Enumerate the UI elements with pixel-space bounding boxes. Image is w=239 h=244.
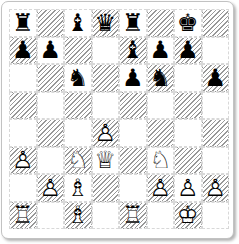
square-h7[interactable] — [202, 37, 230, 65]
square-c1[interactable]: ♝♗ — [64, 202, 92, 230]
black-pawn-icon: ♟ — [203, 65, 229, 91]
white-bishop-icon: ♝♗ — [65, 175, 91, 201]
square-a2[interactable] — [9, 174, 37, 202]
square-e4[interactable] — [119, 119, 147, 147]
square-d3[interactable]: ♛♕ — [92, 147, 120, 175]
square-b8[interactable] — [37, 9, 65, 37]
white-rook-icon: ♜♖ — [120, 203, 146, 229]
black-rook-icon: ♜ — [10, 10, 36, 36]
white-bishop-icon: ♝♗ — [65, 203, 91, 229]
square-g5[interactable] — [174, 92, 202, 120]
black-pawn-icon: ♟ — [38, 38, 64, 64]
black-pawn-icon: ♟ — [175, 38, 201, 64]
square-c4[interactable] — [64, 119, 92, 147]
black-knight-icon: ♞ — [148, 65, 174, 91]
square-e7[interactable]: ♝ — [119, 37, 147, 65]
square-h1[interactable] — [202, 202, 230, 230]
square-f2[interactable]: ♟♙ — [147, 174, 175, 202]
white-pawn-icon: ♟♙ — [10, 148, 36, 174]
square-a3[interactable]: ♟♙ — [9, 147, 37, 175]
white-pawn-icon: ♟♙ — [148, 175, 174, 201]
square-a4[interactable] — [9, 119, 37, 147]
square-c3[interactable]: ♞♘ — [64, 147, 92, 175]
square-g2[interactable]: ♟♙ — [174, 174, 202, 202]
square-e6[interactable]: ♟ — [119, 64, 147, 92]
chess-board: ♜♝♛♜♚♟♟♝♟♟♞♟♞♟♟♙♟♙♞♘♛♕♞♘♟♙♝♗♟♙♟♙♟♙♜♖♝♗♜♖… — [9, 9, 229, 229]
square-f7[interactable]: ♟ — [147, 37, 175, 65]
black-knight-icon: ♞ — [65, 65, 91, 91]
square-f3[interactable]: ♞♘ — [147, 147, 175, 175]
square-d5[interactable] — [92, 92, 120, 120]
square-g7[interactable]: ♟ — [174, 37, 202, 65]
white-pawn-icon: ♟♙ — [93, 120, 119, 146]
black-rook-icon: ♜ — [120, 10, 146, 36]
square-f8[interactable] — [147, 9, 175, 37]
square-h4[interactable] — [202, 119, 230, 147]
square-d6[interactable] — [92, 64, 120, 92]
white-king-icon: ♚♔ — [175, 203, 201, 229]
white-pawn-icon: ♟♙ — [175, 175, 201, 201]
square-e1[interactable]: ♜♖ — [119, 202, 147, 230]
square-a1[interactable]: ♜♖ — [9, 202, 37, 230]
square-d4[interactable]: ♟♙ — [92, 119, 120, 147]
white-pawn-icon: ♟♙ — [203, 175, 229, 201]
black-queen-icon: ♛ — [93, 10, 119, 36]
square-c7[interactable] — [64, 37, 92, 65]
black-bishop-icon: ♝ — [120, 38, 146, 64]
square-h3[interactable] — [202, 147, 230, 175]
square-e2[interactable] — [119, 174, 147, 202]
square-e8[interactable]: ♜ — [119, 9, 147, 37]
square-f6[interactable]: ♞ — [147, 64, 175, 92]
square-h8[interactable] — [202, 9, 230, 37]
square-b3[interactable] — [37, 147, 65, 175]
square-b7[interactable]: ♟ — [37, 37, 65, 65]
square-c6[interactable]: ♞ — [64, 64, 92, 92]
square-b4[interactable] — [37, 119, 65, 147]
black-pawn-icon: ♟ — [148, 38, 174, 64]
square-g6[interactable] — [174, 64, 202, 92]
square-b5[interactable] — [37, 92, 65, 120]
square-g3[interactable] — [174, 147, 202, 175]
white-knight-icon: ♞♘ — [65, 148, 91, 174]
square-h6[interactable]: ♟ — [202, 64, 230, 92]
square-h5[interactable] — [202, 92, 230, 120]
white-queen-icon: ♛♕ — [93, 148, 119, 174]
black-king-icon: ♚ — [175, 10, 201, 36]
square-d8[interactable]: ♛ — [92, 9, 120, 37]
square-g4[interactable] — [174, 119, 202, 147]
square-c2[interactable]: ♝♗ — [64, 174, 92, 202]
square-f1[interactable] — [147, 202, 175, 230]
square-g8[interactable]: ♚ — [174, 9, 202, 37]
chess-diagram-image: ♜♝♛♜♚♟♟♝♟♟♞♟♞♟♟♙♟♙♞♘♛♕♞♘♟♙♝♗♟♙♟♙♟♙♜♖♝♗♜♖… — [0, 0, 239, 244]
square-c5[interactable] — [64, 92, 92, 120]
square-g1[interactable]: ♚♔ — [174, 202, 202, 230]
square-d2[interactable] — [92, 174, 120, 202]
square-a7[interactable]: ♟ — [9, 37, 37, 65]
black-pawn-icon: ♟ — [10, 38, 36, 64]
black-bishop-icon: ♝ — [65, 10, 91, 36]
square-e5[interactable] — [119, 92, 147, 120]
square-a5[interactable] — [9, 92, 37, 120]
white-knight-icon: ♞♘ — [148, 148, 174, 174]
black-pawn-icon: ♟ — [120, 65, 146, 91]
square-f4[interactable] — [147, 119, 175, 147]
square-b2[interactable]: ♟♙ — [37, 174, 65, 202]
white-rook-icon: ♜♖ — [10, 203, 36, 229]
square-a8[interactable]: ♜ — [9, 9, 37, 37]
white-pawn-icon: ♟♙ — [38, 175, 64, 201]
square-e3[interactable] — [119, 147, 147, 175]
square-c8[interactable]: ♝ — [64, 9, 92, 37]
square-f5[interactable] — [147, 92, 175, 120]
square-d1[interactable] — [92, 202, 120, 230]
square-a6[interactable] — [9, 64, 37, 92]
square-b6[interactable] — [37, 64, 65, 92]
square-d7[interactable] — [92, 37, 120, 65]
square-b1[interactable] — [37, 202, 65, 230]
square-h2[interactable]: ♟♙ — [202, 174, 230, 202]
